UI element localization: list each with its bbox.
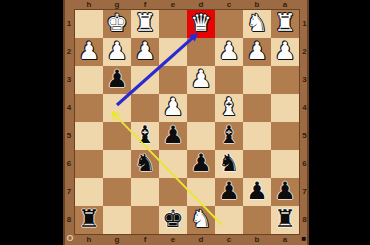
square-a5[interactable] (271, 122, 299, 150)
square-c8[interactable] (215, 206, 243, 234)
file-label: c (215, 0, 243, 10)
square-a4[interactable] (271, 94, 299, 122)
square-c2[interactable]: ♟ (215, 38, 243, 66)
piece-black-rook[interactable]: ♜ (75, 206, 103, 234)
square-icon: ■ (300, 235, 308, 243)
square-g6[interactable] (103, 150, 131, 178)
rank-label: 8 (63, 206, 75, 234)
square-b4[interactable] (243, 94, 271, 122)
square-b7[interactable]: ♟ (243, 178, 271, 206)
square-h8[interactable]: ♜ (75, 206, 103, 234)
rank-label: 7 (300, 178, 309, 206)
square-h6[interactable] (75, 150, 103, 178)
piece-black-pawn[interactable]: ♟ (103, 66, 131, 94)
file-label: h (75, 234, 103, 245)
file-label: e (159, 234, 187, 245)
piece-white-pawn[interactable]: ♟ (243, 38, 271, 66)
piece-white-rook[interactable]: ♜ (131, 10, 159, 38)
square-h7[interactable] (75, 178, 103, 206)
square-c6[interactable]: ♞ (215, 150, 243, 178)
file-label: h (75, 0, 103, 10)
square-h5[interactable] (75, 122, 103, 150)
square-d5[interactable] (187, 122, 215, 150)
piece-black-rook[interactable]: ♜ (271, 206, 299, 234)
piece-black-bishop[interactable]: ♝ (215, 122, 243, 150)
rank-label: 6 (63, 150, 75, 178)
square-f4[interactable] (131, 94, 159, 122)
square-b2[interactable]: ♟ (243, 38, 271, 66)
file-label: g (103, 234, 131, 245)
rank-label: 4 (63, 94, 75, 122)
square-d8[interactable]: ♞ (187, 206, 215, 234)
square-b5[interactable] (243, 122, 271, 150)
piece-black-king[interactable]: ♚ (159, 206, 187, 234)
piece-black-knight[interactable]: ♞ (131, 150, 159, 178)
chess-board: hgfedcba 12345678 12345678 ♚♜♛♞♜♟♟♟♟♟♟♟♟… (63, 0, 309, 245)
rank-label: 4 (300, 94, 309, 122)
rank-label: 7 (63, 178, 75, 206)
square-d6[interactable]: ♟ (187, 150, 215, 178)
square-e4[interactable]: ♟ (159, 94, 187, 122)
square-f8[interactable] (131, 206, 159, 234)
file-labels-bottom: hgfedcba (75, 234, 299, 245)
square-g5[interactable] (103, 122, 131, 150)
square-c5[interactable]: ♝ (215, 122, 243, 150)
piece-black-pawn[interactable]: ♟ (215, 178, 243, 206)
piece-white-pawn[interactable]: ♟ (103, 38, 131, 66)
square-f1[interactable]: ♜ (131, 10, 159, 38)
square-a7[interactable]: ♟ (271, 178, 299, 206)
square-d4[interactable] (187, 94, 215, 122)
rank-label: 1 (300, 10, 309, 38)
piece-black-pawn[interactable]: ♟ (243, 178, 271, 206)
square-d3[interactable]: ♟ (187, 66, 215, 94)
square-g8[interactable] (103, 206, 131, 234)
square-g4[interactable] (103, 94, 131, 122)
square-e3[interactable] (159, 66, 187, 94)
square-e5[interactable]: ♟ (159, 122, 187, 150)
square-c1[interactable] (215, 10, 243, 38)
piece-white-bishop[interactable]: ♝ (215, 94, 243, 122)
rank-labels-right: 12345678 (300, 10, 309, 234)
piece-white-pawn[interactable]: ♟ (187, 66, 215, 94)
square-e8[interactable]: ♚ (159, 206, 187, 234)
square-e2[interactable] (159, 38, 187, 66)
rank-label: 1 (63, 10, 75, 38)
square-c3[interactable] (215, 66, 243, 94)
file-label: d (187, 234, 215, 245)
rank-label: 2 (300, 38, 309, 66)
circle-icon: O (65, 233, 75, 244)
piece-black-pawn[interactable]: ♟ (271, 178, 299, 206)
square-f3[interactable] (131, 66, 159, 94)
piece-white-queen[interactable]: ♛ (187, 10, 215, 38)
piece-white-knight[interactable]: ♞ (243, 10, 271, 38)
square-d1[interactable]: ♛ (187, 10, 215, 38)
rank-label: 5 (63, 122, 75, 150)
video-frame: hgfedcba 12345678 12345678 ♚♜♛♞♜♟♟♟♟♟♟♟♟… (0, 0, 370, 245)
square-g2[interactable]: ♟ (103, 38, 131, 66)
rank-label: 3 (63, 66, 75, 94)
square-e1[interactable] (159, 10, 187, 38)
piece-white-pawn[interactable]: ♟ (271, 38, 299, 66)
square-c4[interactable]: ♝ (215, 94, 243, 122)
square-b1[interactable]: ♞ (243, 10, 271, 38)
square-b6[interactable] (243, 150, 271, 178)
square-f2[interactable]: ♟ (131, 38, 159, 66)
piece-white-king[interactable]: ♚ (103, 10, 131, 38)
square-h1[interactable] (75, 10, 103, 38)
rank-label: 5 (300, 122, 309, 150)
piece-black-bishop[interactable]: ♝ (131, 122, 159, 150)
square-f6[interactable]: ♞ (131, 150, 159, 178)
file-label: f (131, 234, 159, 245)
board-grid: ♚♜♛♞♜♟♟♟♟♟♟♟♟♟♝♝♟♝♞♟♞♟♟♟♜♚♞♜ (75, 10, 299, 234)
square-a1[interactable]: ♜ (271, 10, 299, 38)
square-c7[interactable]: ♟ (215, 178, 243, 206)
square-d2[interactable] (187, 38, 215, 66)
rank-label: 8 (300, 206, 309, 234)
rank-label: 3 (300, 66, 309, 94)
file-label: b (243, 234, 271, 245)
square-e6[interactable] (159, 150, 187, 178)
square-h4[interactable] (75, 94, 103, 122)
square-b8[interactable] (243, 206, 271, 234)
piece-black-pawn[interactable]: ♟ (187, 150, 215, 178)
piece-black-pawn[interactable]: ♟ (159, 122, 187, 150)
piece-black-knight[interactable]: ♞ (215, 150, 243, 178)
rank-label: 6 (300, 150, 309, 178)
piece-white-pawn[interactable]: ♟ (215, 38, 243, 66)
square-d7[interactable] (187, 178, 215, 206)
piece-white-knight[interactable]: ♞ (187, 206, 215, 234)
piece-white-pawn[interactable]: ♟ (75, 38, 103, 66)
file-label: e (159, 0, 187, 10)
square-g1[interactable]: ♚ (103, 10, 131, 38)
square-b3[interactable] (243, 66, 271, 94)
piece-white-pawn[interactable]: ♟ (131, 38, 159, 66)
square-a2[interactable]: ♟ (271, 38, 299, 66)
square-a8[interactable]: ♜ (271, 206, 299, 234)
square-a6[interactable] (271, 150, 299, 178)
square-h2[interactable]: ♟ (75, 38, 103, 66)
piece-white-pawn[interactable]: ♟ (159, 94, 187, 122)
square-f5[interactable]: ♝ (131, 122, 159, 150)
square-e7[interactable] (159, 178, 187, 206)
rank-label: 2 (63, 38, 75, 66)
square-g3[interactable]: ♟ (103, 66, 131, 94)
square-a3[interactable] (271, 66, 299, 94)
piece-white-rook[interactable]: ♜ (271, 10, 299, 38)
square-h3[interactable] (75, 66, 103, 94)
file-label: a (271, 234, 299, 245)
square-g7[interactable] (103, 178, 131, 206)
rank-labels-left: 12345678 (63, 10, 75, 234)
square-f7[interactable] (131, 178, 159, 206)
file-label: c (215, 234, 243, 245)
